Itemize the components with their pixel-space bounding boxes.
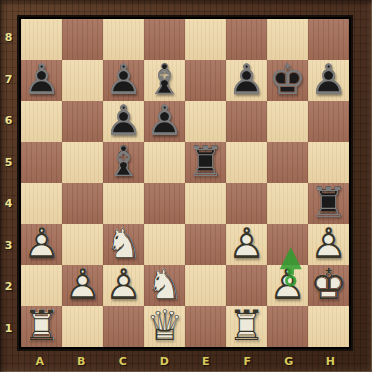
black-pawn-detail: ♙ — [21, 59, 62, 100]
black-pawn-detail: ♙ — [226, 59, 267, 100]
square-d1[interactable]: ♛♕ — [144, 306, 185, 347]
white-pawn-detail: ♙ — [308, 223, 349, 264]
black-king-detail: ♔ — [267, 59, 308, 100]
white-pawn-detail: ♙ — [267, 264, 308, 305]
square-h3[interactable]: ♟♙ — [308, 224, 349, 265]
square-a1[interactable]: ♜♖ — [21, 306, 62, 347]
white-king-detail: ♔ — [308, 264, 349, 305]
rank-label-5: 5 — [0, 142, 17, 184]
rank-label-6: 6 — [0, 100, 17, 142]
white-king[interactable]: ♚♔ — [308, 265, 349, 306]
square-g4[interactable] — [267, 183, 308, 224]
square-b5[interactable] — [62, 142, 103, 183]
white-rook-detail: ♖ — [21, 305, 62, 346]
rank-label-1: 1 — [0, 308, 17, 350]
square-e2[interactable] — [185, 265, 226, 306]
file-label-f: F — [227, 352, 269, 371]
square-e7[interactable] — [185, 60, 226, 101]
white-rook[interactable]: ♜♖ — [21, 306, 62, 347]
black-pawn[interactable]: ♟♙ — [226, 60, 267, 101]
white-knight-detail: ♘ — [144, 264, 185, 305]
square-h5[interactable] — [308, 142, 349, 183]
black-pawn-detail: ♙ — [103, 100, 144, 141]
square-d8[interactable] — [144, 19, 185, 60]
black-bishop[interactable]: ♝♗ — [144, 60, 185, 101]
black-rook-detail: ♖ — [308, 182, 349, 223]
white-knight[interactable]: ♞♘ — [103, 224, 144, 265]
square-f1[interactable]: ♜♖ — [226, 306, 267, 347]
black-pawn[interactable]: ♟♙ — [21, 60, 62, 101]
square-f6[interactable] — [226, 101, 267, 142]
square-g2[interactable]: ♟♙ — [267, 265, 308, 306]
black-pawn[interactable]: ♟♙ — [103, 60, 144, 101]
white-pawn[interactable]: ♟♙ — [103, 265, 144, 306]
square-c7[interactable]: ♟♙ — [103, 60, 144, 101]
square-f5[interactable] — [226, 142, 267, 183]
white-knight-detail: ♘ — [103, 223, 144, 264]
square-a8[interactable] — [21, 19, 62, 60]
square-e8[interactable] — [185, 19, 226, 60]
white-pawn[interactable]: ♟♙ — [308, 224, 349, 265]
file-label-h: H — [310, 352, 352, 371]
file-label-c: C — [102, 352, 144, 371]
black-rook[interactable]: ♜♖ — [185, 142, 226, 183]
square-h8[interactable] — [308, 19, 349, 60]
square-a7[interactable]: ♟♙ — [21, 60, 62, 101]
square-d5[interactable] — [144, 142, 185, 183]
white-pawn-detail: ♙ — [62, 264, 103, 305]
black-pawn-detail: ♙ — [144, 100, 185, 141]
square-b8[interactable] — [62, 19, 103, 60]
square-h2[interactable]: ♚♔ — [308, 265, 349, 306]
white-pawn[interactable]: ♟♙ — [21, 224, 62, 265]
square-c1[interactable] — [103, 306, 144, 347]
white-rook[interactable]: ♜♖ — [226, 306, 267, 347]
square-d2[interactable]: ♞♘ — [144, 265, 185, 306]
square-e5[interactable]: ♜♖ — [185, 142, 226, 183]
black-bishop-detail: ♗ — [144, 59, 185, 100]
white-queen-detail: ♕ — [144, 305, 185, 346]
black-pawn-detail: ♙ — [308, 59, 349, 100]
square-c6[interactable]: ♟♙ — [103, 101, 144, 142]
square-d4[interactable] — [144, 183, 185, 224]
square-f2[interactable] — [226, 265, 267, 306]
square-a5[interactable] — [21, 142, 62, 183]
square-f7[interactable]: ♟♙ — [226, 60, 267, 101]
square-f3[interactable]: ♟♙ — [226, 224, 267, 265]
square-g5[interactable] — [267, 142, 308, 183]
file-label-a: A — [19, 352, 61, 371]
black-rook-detail: ♖ — [185, 141, 226, 182]
white-pawn-detail: ♙ — [21, 223, 62, 264]
square-b6[interactable] — [62, 101, 103, 142]
white-queen[interactable]: ♛♕ — [144, 306, 185, 347]
file-label-g: G — [268, 352, 310, 371]
black-rook[interactable]: ♜♖ — [308, 183, 349, 224]
square-b7[interactable] — [62, 60, 103, 101]
square-g8[interactable] — [267, 19, 308, 60]
square-f8[interactable] — [226, 19, 267, 60]
rank-label-8: 8 — [0, 17, 17, 59]
rank-label-2: 2 — [0, 266, 17, 308]
square-g3[interactable] — [267, 224, 308, 265]
square-h4[interactable]: ♜♖ — [308, 183, 349, 224]
square-h1[interactable] — [308, 306, 349, 347]
square-b3[interactable] — [62, 224, 103, 265]
square-g7[interactable]: ♚♔ — [267, 60, 308, 101]
rank-label-4: 4 — [0, 183, 17, 225]
square-d7[interactable]: ♝♗ — [144, 60, 185, 101]
square-e3[interactable] — [185, 224, 226, 265]
chess-board: ♟♙♟♙♝♗♟♙♚♔♟♙♟♙♟♙♝♗♜♖♜♖♟♙♞♘♟♙♟♙♟♙♟♙♞♘♟♙♚♔… — [21, 19, 349, 347]
square-e1[interactable] — [185, 306, 226, 347]
white-pawn[interactable]: ♟♙ — [267, 265, 308, 306]
rank-label-7: 7 — [0, 59, 17, 101]
black-king[interactable]: ♚♔ — [267, 60, 308, 101]
black-bishop-detail: ♗ — [103, 141, 144, 182]
square-d6[interactable]: ♟♙ — [144, 101, 185, 142]
square-h6[interactable] — [308, 101, 349, 142]
board-area: ♟♙♟♙♝♗♟♙♚♔♟♙♟♙♟♙♝♗♜♖♜♖♟♙♞♘♟♙♟♙♟♙♟♙♞♘♟♙♚♔… — [17, 15, 353, 351]
square-h7[interactable]: ♟♙ — [308, 60, 349, 101]
rank-label-3: 3 — [0, 225, 17, 267]
black-pawn[interactable]: ♟♙ — [144, 101, 185, 142]
square-c4[interactable] — [103, 183, 144, 224]
black-bishop[interactable]: ♝♗ — [103, 142, 144, 183]
square-b2[interactable]: ♟♙ — [62, 265, 103, 306]
square-g1[interactable] — [267, 306, 308, 347]
square-a2[interactable] — [21, 265, 62, 306]
white-pawn[interactable]: ♟♙ — [226, 224, 267, 265]
white-rook-detail: ♖ — [226, 305, 267, 346]
white-pawn[interactable]: ♟♙ — [62, 265, 103, 306]
black-pawn[interactable]: ♟♙ — [103, 101, 144, 142]
square-c2[interactable]: ♟♙ — [103, 265, 144, 306]
square-e4[interactable] — [185, 183, 226, 224]
square-c8[interactable] — [103, 19, 144, 60]
file-label-e: E — [185, 352, 227, 371]
square-e6[interactable] — [185, 101, 226, 142]
white-pawn-detail: ♙ — [226, 223, 267, 264]
square-a6[interactable] — [21, 101, 62, 142]
chess-app: 87654321 ABCDEFGH ♟♙♟♙♝♗♟♙♚♔♟♙♟♙♟♙♝♗♜♖♜♖… — [0, 0, 372, 372]
square-f4[interactable] — [226, 183, 267, 224]
square-d3[interactable] — [144, 224, 185, 265]
square-b4[interactable] — [62, 183, 103, 224]
square-a4[interactable] — [21, 183, 62, 224]
file-label-b: B — [61, 352, 103, 371]
square-g6[interactable] — [267, 101, 308, 142]
square-a3[interactable]: ♟♙ — [21, 224, 62, 265]
black-pawn-detail: ♙ — [103, 59, 144, 100]
white-knight[interactable]: ♞♘ — [144, 265, 185, 306]
square-c3[interactable]: ♞♘ — [103, 224, 144, 265]
square-b1[interactable] — [62, 306, 103, 347]
black-pawn[interactable]: ♟♙ — [308, 60, 349, 101]
white-pawn-detail: ♙ — [103, 264, 144, 305]
file-label-d: D — [144, 352, 186, 371]
square-c5[interactable]: ♝♗ — [103, 142, 144, 183]
